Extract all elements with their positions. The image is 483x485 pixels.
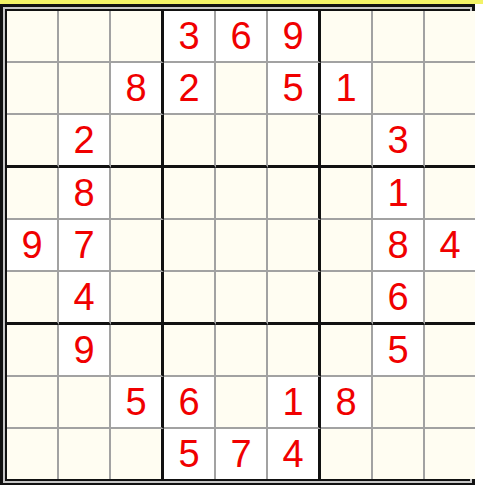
cell-r1c8[interactable] — [373, 11, 425, 63]
cell-r8c4[interactable]: 6 — [164, 377, 216, 429]
cell-r7c3[interactable] — [111, 325, 164, 377]
cell-r1c7[interactable] — [321, 11, 373, 63]
cell-r7c5[interactable] — [216, 325, 268, 377]
cell-r9c8[interactable] — [373, 429, 425, 479]
cell-r6c6[interactable] — [268, 272, 321, 325]
cell-r6c9[interactable] — [425, 272, 475, 325]
cell-r7c6[interactable] — [268, 325, 321, 377]
cell-r6c3[interactable] — [111, 272, 164, 325]
cell-r1c9[interactable] — [425, 11, 475, 63]
cell-r3c6[interactable] — [268, 115, 321, 168]
cell-r1c2[interactable] — [59, 11, 111, 63]
cell-r3c2[interactable]: 2 — [59, 115, 111, 168]
cell-r5c1[interactable]: 9 — [7, 220, 59, 272]
board-frame-inner: 36982512381978446955618574 — [5, 9, 470, 481]
cell-r4c1[interactable] — [7, 168, 59, 220]
cell-r8c7[interactable]: 8 — [321, 377, 373, 429]
cell-r2c3[interactable]: 8 — [111, 63, 164, 115]
cell-r3c3[interactable] — [111, 115, 164, 168]
cell-r9c5[interactable]: 7 — [216, 429, 268, 479]
sudoku-grid: 36982512381978446955618574 — [7, 11, 475, 479]
cell-r1c3[interactable] — [111, 11, 164, 63]
cell-r2c6[interactable]: 5 — [268, 63, 321, 115]
cell-r8c2[interactable] — [59, 377, 111, 429]
cell-r8c8[interactable] — [373, 377, 425, 429]
board-frame-gray-channel: 36982512381978446955618574 — [3, 7, 472, 483]
cell-r3c7[interactable] — [321, 115, 373, 168]
cell-r4c7[interactable] — [321, 168, 373, 220]
sudoku-board-frame: 36982512381978446955618574 — [0, 4, 475, 485]
cell-r5c9[interactable]: 4 — [425, 220, 475, 272]
cell-r8c6[interactable]: 1 — [268, 377, 321, 429]
cell-r7c1[interactable] — [7, 325, 59, 377]
cell-r7c8[interactable]: 5 — [373, 325, 425, 377]
cell-r4c9[interactable] — [425, 168, 475, 220]
cell-r4c6[interactable] — [268, 168, 321, 220]
cell-r2c7[interactable]: 1 — [321, 63, 373, 115]
cell-r9c7[interactable] — [321, 429, 373, 479]
cell-r9c9[interactable] — [425, 429, 475, 479]
cell-r3c9[interactable] — [425, 115, 475, 168]
cell-r3c5[interactable] — [216, 115, 268, 168]
cell-r5c8[interactable]: 8 — [373, 220, 425, 272]
cell-r9c3[interactable] — [111, 429, 164, 479]
cell-r3c1[interactable] — [7, 115, 59, 168]
cell-r6c2[interactable]: 4 — [59, 272, 111, 325]
cell-r9c4[interactable]: 5 — [164, 429, 216, 479]
cell-r7c4[interactable] — [164, 325, 216, 377]
cell-r8c9[interactable] — [425, 377, 475, 429]
cell-r1c6[interactable]: 9 — [268, 11, 321, 63]
cell-r2c2[interactable] — [59, 63, 111, 115]
cell-r6c4[interactable] — [164, 272, 216, 325]
cell-r9c2[interactable] — [59, 429, 111, 479]
cell-r2c4[interactable]: 2 — [164, 63, 216, 115]
cell-r6c1[interactable] — [7, 272, 59, 325]
cell-r7c7[interactable] — [321, 325, 373, 377]
cell-r4c5[interactable] — [216, 168, 268, 220]
cell-r3c8[interactable]: 3 — [373, 115, 425, 168]
cell-r1c5[interactable]: 6 — [216, 11, 268, 63]
cell-r5c3[interactable] — [111, 220, 164, 272]
cell-r1c4[interactable]: 3 — [164, 11, 216, 63]
cell-r4c2[interactable]: 8 — [59, 168, 111, 220]
cell-r6c8[interactable]: 6 — [373, 272, 425, 325]
cell-r4c3[interactable] — [111, 168, 164, 220]
cell-r5c7[interactable] — [321, 220, 373, 272]
cell-r4c8[interactable]: 1 — [373, 168, 425, 220]
cell-r2c8[interactable] — [373, 63, 425, 115]
cell-r7c2[interactable]: 9 — [59, 325, 111, 377]
cell-r2c5[interactable] — [216, 63, 268, 115]
cell-r5c5[interactable] — [216, 220, 268, 272]
cell-r9c6[interactable]: 4 — [268, 429, 321, 479]
cell-r7c9[interactable] — [425, 325, 475, 377]
cell-r8c3[interactable]: 5 — [111, 377, 164, 429]
cell-r1c1[interactable] — [7, 11, 59, 63]
cell-r2c9[interactable] — [425, 63, 475, 115]
cell-r4c4[interactable] — [164, 168, 216, 220]
cell-r8c5[interactable] — [216, 377, 268, 429]
cell-r9c1[interactable] — [7, 429, 59, 479]
cell-r3c4[interactable] — [164, 115, 216, 168]
cell-r5c6[interactable] — [268, 220, 321, 272]
cell-r5c4[interactable] — [164, 220, 216, 272]
cell-r5c2[interactable]: 7 — [59, 220, 111, 272]
cell-r6c5[interactable] — [216, 272, 268, 325]
cell-r2c1[interactable] — [7, 63, 59, 115]
cell-r8c1[interactable] — [7, 377, 59, 429]
cell-r6c7[interactable] — [321, 272, 373, 325]
